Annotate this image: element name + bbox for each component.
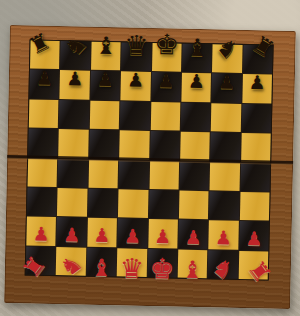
piece-dark-pawn[interactable]: ♟ [248, 73, 265, 92]
square-c7[interactable]: ♟ [90, 71, 120, 100]
piece-red-rook[interactable]: ♜ [19, 252, 50, 282]
piece-dark-pawn[interactable]: ♟ [127, 71, 144, 90]
square-d6[interactable] [120, 101, 150, 130]
square-e1[interactable]: ♚ [147, 249, 177, 278]
square-b3[interactable] [57, 188, 87, 217]
square-b7[interactable]: ♟ [60, 70, 90, 99]
piece-red-knight[interactable]: ♞ [56, 251, 86, 282]
square-g3[interactable] [209, 191, 239, 220]
square-g2[interactable]: ♟ [209, 221, 239, 250]
square-a2[interactable]: ♟ [26, 217, 56, 246]
piece-dark-bishop[interactable]: ♝ [186, 36, 208, 60]
square-h6[interactable] [241, 104, 271, 133]
square-f4[interactable] [179, 161, 209, 190]
square-c2[interactable]: ♟ [87, 218, 117, 247]
square-h1[interactable]: ♜ [238, 251, 268, 280]
piece-dark-rook[interactable]: ♜ [248, 31, 278, 61]
square-c1[interactable]: ♝ [86, 247, 116, 276]
square-c6[interactable] [90, 100, 120, 129]
square-e3[interactable] [148, 190, 178, 219]
square-e6[interactable] [150, 102, 180, 131]
square-f6[interactable] [181, 102, 211, 131]
piece-red-pawn[interactable]: ♟ [33, 224, 50, 243]
square-h5[interactable] [241, 133, 271, 162]
chess-board: ♜♞♝♛♚♝♞♜♟♟♟♟♟♟♟♟♟♟♟♟♟♟♟♟♜♞♝♛♚♝♞♜ [4, 25, 296, 309]
square-c3[interactable] [88, 189, 118, 218]
square-e8[interactable]: ♚ [152, 43, 182, 72]
square-e2[interactable]: ♟ [148, 219, 178, 248]
square-d7[interactable]: ♟ [121, 72, 151, 101]
square-f3[interactable] [179, 190, 209, 219]
piece-dark-rook[interactable]: ♜ [26, 29, 55, 59]
piece-red-king[interactable]: ♚ [149, 255, 175, 284]
square-e5[interactable] [150, 131, 180, 160]
piece-dark-queen[interactable]: ♛ [124, 31, 149, 59]
square-h4[interactable] [240, 162, 270, 191]
piece-dark-pawn[interactable]: ♟ [66, 69, 83, 88]
square-b2[interactable]: ♟ [57, 217, 87, 246]
square-a5[interactable] [28, 129, 58, 158]
square-e4[interactable] [149, 160, 179, 189]
square-a7[interactable]: ♟ [29, 70, 59, 99]
square-b5[interactable] [59, 129, 89, 158]
piece-dark-pawn[interactable]: ♟ [157, 71, 174, 90]
square-d5[interactable] [119, 130, 149, 159]
piece-red-knight[interactable]: ♞ [207, 254, 238, 285]
square-f5[interactable] [180, 132, 210, 161]
square-d2[interactable]: ♟ [117, 219, 147, 248]
square-f8[interactable]: ♝ [182, 44, 212, 73]
square-g6[interactable] [211, 103, 241, 132]
square-a1[interactable]: ♜ [26, 246, 56, 275]
piece-red-pawn[interactable]: ♟ [154, 227, 171, 246]
piece-red-rook[interactable]: ♜ [244, 257, 275, 287]
square-a8[interactable]: ♜ [30, 40, 60, 69]
square-d4[interactable] [119, 160, 149, 189]
piece-dark-pawn[interactable]: ♟ [218, 72, 235, 91]
square-b4[interactable] [58, 159, 88, 188]
square-f2[interactable]: ♟ [178, 220, 208, 249]
piece-dark-knight[interactable]: ♞ [60, 30, 91, 61]
piece-dark-pawn[interactable]: ♟ [36, 69, 53, 88]
piece-red-pawn[interactable]: ♟ [215, 228, 232, 247]
square-d3[interactable] [118, 189, 148, 218]
piece-dark-pawn[interactable]: ♟ [188, 72, 205, 91]
square-c8[interactable]: ♝ [91, 42, 121, 71]
piece-dark-knight[interactable]: ♞ [212, 34, 243, 64]
piece-dark-bishop[interactable]: ♝ [95, 34, 117, 58]
square-g8[interactable]: ♞ [212, 44, 242, 73]
square-h2[interactable]: ♟ [239, 221, 269, 250]
square-h3[interactable] [240, 192, 270, 221]
piece-red-pawn[interactable]: ♟ [184, 228, 201, 247]
piece-red-bishop[interactable]: ♝ [181, 258, 203, 282]
piece-dark-pawn[interactable]: ♟ [97, 70, 114, 89]
square-b1[interactable]: ♞ [56, 247, 86, 276]
piece-red-bishop[interactable]: ♝ [90, 256, 112, 280]
square-b8[interactable]: ♞ [60, 41, 90, 70]
square-h8[interactable]: ♜ [243, 45, 273, 74]
square-b6[interactable] [59, 100, 89, 129]
piece-red-pawn[interactable]: ♟ [93, 226, 110, 245]
square-g5[interactable] [210, 132, 240, 161]
square-e7[interactable]: ♟ [151, 72, 181, 101]
square-a6[interactable] [29, 99, 59, 128]
piece-red-pawn[interactable]: ♟ [245, 229, 262, 248]
piece-red-queen[interactable]: ♛ [119, 255, 144, 283]
piece-dark-king[interactable]: ♚ [154, 31, 180, 60]
square-g1[interactable]: ♞ [208, 250, 238, 279]
square-d8[interactable]: ♛ [121, 42, 151, 71]
square-a4[interactable] [28, 158, 58, 187]
square-f7[interactable]: ♟ [181, 73, 211, 102]
square-g7[interactable]: ♟ [212, 74, 242, 103]
square-g4[interactable] [210, 162, 240, 191]
square-h7[interactable]: ♟ [242, 74, 272, 103]
square-c4[interactable] [88, 159, 118, 188]
square-a3[interactable] [27, 187, 57, 216]
square-c5[interactable] [89, 130, 119, 159]
piece-red-pawn[interactable]: ♟ [63, 225, 80, 244]
square-f1[interactable]: ♝ [178, 249, 208, 278]
piece-red-pawn[interactable]: ♟ [124, 226, 141, 245]
square-d1[interactable]: ♛ [117, 248, 147, 277]
stone-floor-background: ♜♞♝♛♚♝♞♜♟♟♟♟♟♟♟♟♟♟♟♟♟♟♟♟♜♞♝♛♚♝♞♜ [0, 0, 300, 316]
